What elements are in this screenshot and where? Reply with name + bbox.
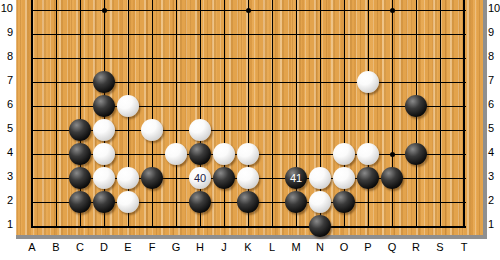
column-label-T: T [452, 241, 476, 255]
stone-white-h5[interactable] [189, 119, 211, 141]
stone-black-d2[interactable] [93, 191, 115, 213]
row-label-right-3: 3 [488, 170, 500, 186]
column-label-H: H [188, 241, 212, 255]
grid-line-row-9 [31, 34, 466, 35]
stone-black-k2[interactable] [237, 191, 259, 213]
stone-black-q3[interactable] [381, 167, 403, 189]
stone-white-o3[interactable] [333, 167, 355, 189]
move-number-41: 41 [290, 173, 302, 184]
stone-white-j4[interactable] [213, 143, 235, 165]
row-label-right-1: 1 [488, 218, 500, 234]
go-diagram: 10987654321 10987654321 ABCDEFGHJKLMNOPQ… [0, 0, 500, 260]
stone-black-m2[interactable] [285, 191, 307, 213]
row-label-right-2: 2 [488, 194, 500, 210]
column-label-G: G [164, 241, 188, 255]
row-label-right-5: 5 [488, 122, 500, 138]
star-point-D10 [102, 8, 107, 13]
row-label-right-9: 9 [488, 26, 500, 42]
stone-white-k4[interactable] [237, 143, 259, 165]
column-label-J: J [212, 241, 236, 255]
stone-white-g4[interactable] [165, 143, 187, 165]
row-label-left-6: 6 [0, 98, 13, 114]
stone-black-n1[interactable] [309, 215, 331, 237]
column-label-M: M [284, 241, 308, 255]
column-label-F: F [140, 241, 164, 255]
stone-white-e6[interactable] [117, 95, 139, 117]
stone-white-n3[interactable] [309, 167, 331, 189]
stone-white-d4[interactable] [93, 143, 115, 165]
column-label-P: P [356, 241, 380, 255]
stone-black-f3[interactable] [141, 167, 163, 189]
row-label-left-3: 3 [0, 170, 13, 186]
column-label-Q: Q [380, 241, 404, 255]
board-shadow-right [483, 0, 487, 239]
row-label-left-1: 1 [0, 218, 13, 234]
row-label-left-7: 7 [0, 74, 13, 90]
stone-white-k3[interactable] [237, 167, 259, 189]
column-label-A: A [20, 241, 44, 255]
row-label-left-8: 8 [0, 50, 13, 66]
row-label-left-10: 10 [0, 2, 13, 18]
stone-white-d5[interactable] [93, 119, 115, 141]
stone-black-c3[interactable] [69, 167, 91, 189]
grid-line-row-1 [31, 226, 466, 228]
stone-black-c4[interactable] [69, 143, 91, 165]
row-label-right-4: 4 [488, 146, 500, 162]
column-label-C: C [68, 241, 92, 255]
column-label-R: R [404, 241, 428, 255]
column-label-E: E [116, 241, 140, 255]
star-point-K10 [246, 8, 251, 13]
stone-black-c2[interactable] [69, 191, 91, 213]
column-label-L: L [260, 241, 284, 255]
stone-black-r6[interactable] [405, 95, 427, 117]
star-point-Q10 [390, 8, 395, 13]
stone-white-o4[interactable] [333, 143, 355, 165]
move-number-40: 40 [194, 173, 206, 184]
stone-white-e3[interactable] [117, 167, 139, 189]
stone-black-o2[interactable] [333, 191, 355, 213]
row-label-left-5: 5 [0, 122, 13, 138]
row-label-left-2: 2 [0, 194, 13, 210]
column-label-K: K [236, 241, 260, 255]
row-label-left-9: 9 [0, 26, 13, 42]
stone-black-c5[interactable] [69, 119, 91, 141]
row-label-right-6: 6 [488, 98, 500, 114]
stone-black-j3[interactable] [213, 167, 235, 189]
stone-black-d6[interactable] [93, 95, 115, 117]
grid-line-row-8 [31, 58, 466, 59]
row-label-right-8: 8 [488, 50, 500, 66]
stone-black-r4[interactable] [405, 143, 427, 165]
column-label-S: S [428, 241, 452, 255]
stone-white-p4[interactable] [357, 143, 379, 165]
stone-white-e2[interactable] [117, 191, 139, 213]
star-point-Q4 [390, 152, 395, 157]
stone-white-d3[interactable] [93, 167, 115, 189]
stone-black-p3[interactable] [357, 167, 379, 189]
row-label-right-7: 7 [488, 74, 500, 90]
stone-black-h2[interactable] [189, 191, 211, 213]
stone-white-f5[interactable] [141, 119, 163, 141]
stone-white-n2[interactable] [309, 191, 331, 213]
stone-white-p7[interactable] [357, 71, 379, 93]
column-label-N: N [308, 241, 332, 255]
stone-black-h4[interactable] [189, 143, 211, 165]
column-label-O: O [332, 241, 356, 255]
column-label-D: D [92, 241, 116, 255]
row-label-right-10: 10 [488, 2, 500, 18]
stone-white-h3[interactable]: 40 [189, 167, 211, 189]
stone-black-m3[interactable]: 41 [285, 167, 307, 189]
board-shadow-bottom [16, 235, 487, 239]
column-label-B: B [44, 241, 68, 255]
row-label-left-4: 4 [0, 146, 13, 162]
stone-black-d7[interactable] [93, 71, 115, 93]
